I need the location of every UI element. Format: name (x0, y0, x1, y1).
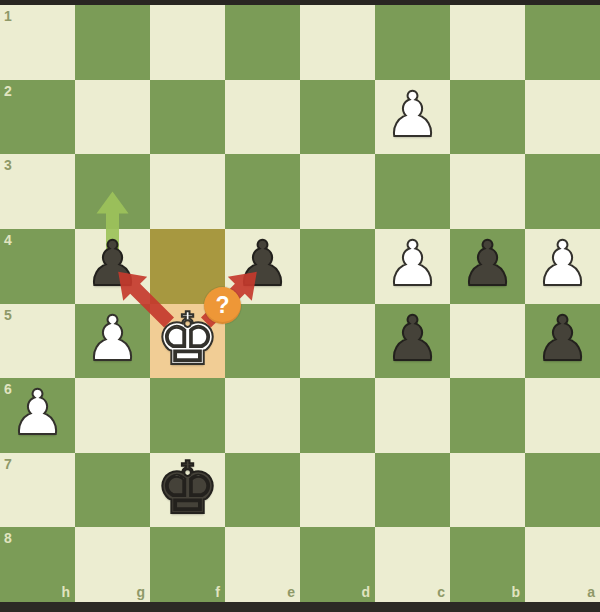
square-a8[interactable]: a (525, 527, 600, 602)
chess-board: 12345678hgfedcba ♟♟♟♟♟♟♟♚♟♟♟♚ ? (0, 5, 600, 602)
square-e3[interactable] (225, 154, 300, 229)
square-f1[interactable] (150, 5, 225, 80)
square-g2[interactable] (75, 80, 150, 155)
rank-label-2: 2 (4, 84, 12, 98)
square-a6[interactable] (525, 378, 600, 453)
square-f5[interactable] (150, 304, 225, 379)
square-d4[interactable] (300, 229, 375, 304)
file-label-f: f (215, 585, 220, 599)
square-e2[interactable] (225, 80, 300, 155)
square-b1[interactable] (450, 5, 525, 80)
square-e4[interactable] (225, 229, 300, 304)
rank-label-6: 6 (4, 382, 12, 396)
square-c2[interactable] (375, 80, 450, 155)
rank-label-1: 1 (4, 9, 12, 23)
rank-label-8: 8 (4, 531, 12, 545)
square-b5[interactable] (450, 304, 525, 379)
square-a5[interactable] (525, 304, 600, 379)
square-c8[interactable]: c (375, 527, 450, 602)
square-d3[interactable] (300, 154, 375, 229)
square-f7[interactable] (150, 453, 225, 528)
square-b8[interactable]: b (450, 527, 525, 602)
file-label-e: e (287, 585, 295, 599)
square-a1[interactable] (525, 5, 600, 80)
square-c1[interactable] (375, 5, 450, 80)
rank-label-5: 5 (4, 308, 12, 322)
square-f6[interactable] (150, 378, 225, 453)
square-a7[interactable] (525, 453, 600, 528)
square-h5[interactable]: 5 (0, 304, 75, 379)
square-c6[interactable] (375, 378, 450, 453)
square-h8[interactable]: 8h (0, 527, 75, 602)
square-d7[interactable] (300, 453, 375, 528)
square-f3[interactable] (150, 154, 225, 229)
square-h2[interactable]: 2 (0, 80, 75, 155)
square-g7[interactable] (75, 453, 150, 528)
square-b4[interactable] (450, 229, 525, 304)
square-c5[interactable] (375, 304, 450, 379)
square-a3[interactable] (525, 154, 600, 229)
square-c3[interactable] (375, 154, 450, 229)
square-f8[interactable]: f (150, 527, 225, 602)
square-a4[interactable] (525, 229, 600, 304)
square-g8[interactable]: g (75, 527, 150, 602)
square-h4[interactable]: 4 (0, 229, 75, 304)
file-label-h: h (61, 585, 70, 599)
square-e7[interactable] (225, 453, 300, 528)
square-f2[interactable] (150, 80, 225, 155)
square-d6[interactable] (300, 378, 375, 453)
file-label-c: c (437, 585, 445, 599)
square-g6[interactable] (75, 378, 150, 453)
square-b7[interactable] (450, 453, 525, 528)
square-d2[interactable] (300, 80, 375, 155)
square-h6[interactable]: 6 (0, 378, 75, 453)
bottom-letterbox-bar (0, 602, 600, 612)
square-d5[interactable] (300, 304, 375, 379)
square-g3[interactable] (75, 154, 150, 229)
square-b6[interactable] (450, 378, 525, 453)
square-a2[interactable] (525, 80, 600, 155)
rank-label-3: 3 (4, 158, 12, 172)
file-label-d: d (361, 585, 370, 599)
board-squares: 12345678hgfedcba (0, 5, 600, 602)
square-h7[interactable]: 7 (0, 453, 75, 528)
square-e1[interactable] (225, 5, 300, 80)
square-g5[interactable] (75, 304, 150, 379)
square-c4[interactable] (375, 229, 450, 304)
app-screen: 12345678hgfedcba ♟♟♟♟♟♟♟♚♟♟♟♚ ? (0, 0, 600, 612)
square-b3[interactable] (450, 154, 525, 229)
file-label-a: a (587, 585, 595, 599)
square-g4[interactable] (75, 229, 150, 304)
square-d1[interactable] (300, 5, 375, 80)
file-label-g: g (136, 585, 145, 599)
square-h3[interactable]: 3 (0, 154, 75, 229)
square-g1[interactable] (75, 5, 150, 80)
square-e5[interactable] (225, 304, 300, 379)
square-e6[interactable] (225, 378, 300, 453)
square-c7[interactable] (375, 453, 450, 528)
square-d8[interactable]: d (300, 527, 375, 602)
square-b2[interactable] (450, 80, 525, 155)
square-f4[interactable] (150, 229, 225, 304)
square-h1[interactable]: 1 (0, 5, 75, 80)
rank-label-7: 7 (4, 457, 12, 471)
file-label-b: b (511, 585, 520, 599)
square-e8[interactable]: e (225, 527, 300, 602)
rank-label-4: 4 (4, 233, 12, 247)
